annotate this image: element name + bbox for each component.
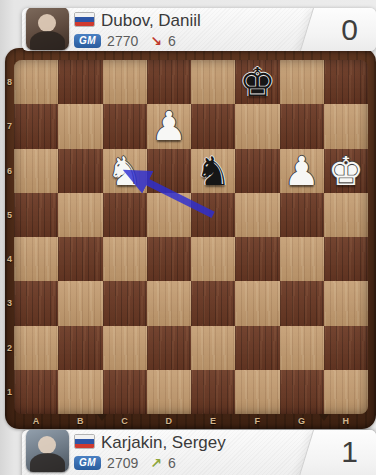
frame-notch-right: [319, 414, 329, 421]
square-h3[interactable]: [324, 281, 368, 325]
rank-label-6: 6: [5, 166, 14, 176]
square-c2[interactable]: [103, 326, 147, 370]
gm-title-badge: GM: [74, 456, 101, 470]
rating-delta-top: 6: [168, 33, 176, 49]
square-e7[interactable]: [191, 104, 235, 148]
square-g1[interactable]: [280, 370, 324, 414]
rating-up-icon: ↗: [150, 455, 162, 471]
file-label-h: H: [324, 416, 368, 426]
square-d2[interactable]: [147, 326, 191, 370]
square-h2[interactable]: [324, 326, 368, 370]
player-card-top: Dubov, Daniil GM 2770 ↘ 6 0: [22, 8, 376, 51]
frame-notch-left: [97, 414, 107, 421]
square-b8[interactable]: [58, 60, 102, 104]
square-a4[interactable]: [14, 237, 58, 281]
square-g7[interactable]: [280, 104, 324, 148]
square-f3[interactable]: [235, 281, 279, 325]
rank-label-3: 3: [5, 298, 14, 308]
file-label-b: B: [58, 416, 102, 426]
square-g5[interactable]: [280, 193, 324, 237]
square-d5[interactable]: [147, 193, 191, 237]
square-e6[interactable]: ♞: [191, 149, 235, 193]
flag-russia: [74, 12, 95, 27]
square-d6[interactable]: [147, 149, 191, 193]
square-g3[interactable]: [280, 281, 324, 325]
rank-label-5: 5: [5, 210, 14, 220]
match-score-bottom: 1: [341, 435, 358, 469]
match-score-top: 0: [341, 13, 358, 47]
white-knight[interactable]: ♞: [107, 151, 143, 191]
rank-label-7: 7: [5, 121, 14, 131]
square-b6[interactable]: [58, 149, 102, 193]
square-a5[interactable]: [14, 193, 58, 237]
player-name-top: Dubov, Daniil: [101, 11, 201, 31]
file-label-c: C: [103, 416, 147, 426]
square-c8[interactable]: [103, 60, 147, 104]
square-h8[interactable]: [324, 60, 368, 104]
chess-broadcast-panel: Dubov, Daniil GM 2770 ↘ 6 0 ♚♟♞♞♟♚ 87654…: [0, 0, 376, 475]
player-avatar-bottom: [26, 430, 69, 472]
rating-delta-bottom: 6: [168, 455, 176, 471]
square-c1[interactable]: [103, 370, 147, 414]
player-rating-top: 2770: [107, 33, 138, 49]
file-label-f: F: [235, 416, 279, 426]
square-d7[interactable]: ♟: [147, 104, 191, 148]
avatar-shoulders-shape: [30, 453, 65, 472]
player-info-bottom: GM 2709 ↗ 6: [74, 455, 176, 470]
square-h4[interactable]: [324, 237, 368, 281]
avatar-head-shape: [38, 436, 56, 454]
square-g6[interactable]: ♟: [280, 149, 324, 193]
square-b7[interactable]: [58, 104, 102, 148]
white-pawn[interactable]: ♟: [151, 106, 187, 146]
square-a6[interactable]: [14, 149, 58, 193]
white-pawn[interactable]: ♟: [284, 151, 320, 191]
square-e2[interactable]: [191, 326, 235, 370]
square-f7[interactable]: [235, 104, 279, 148]
square-a7[interactable]: [14, 104, 58, 148]
player-name-bottom: Karjakin, Sergey: [101, 433, 226, 453]
rank-label-8: 8: [5, 77, 14, 87]
board-frame: ♚♟♞♞♟♚ 87654321 ABCDEFGH: [5, 48, 376, 429]
square-e3[interactable]: [191, 281, 235, 325]
square-e4[interactable]: [191, 237, 235, 281]
file-label-d: D: [147, 416, 191, 426]
square-a8[interactable]: [14, 60, 58, 104]
chess-board: ♚♟♞♞♟♚: [14, 60, 368, 414]
rank-label-2: 2: [5, 343, 14, 353]
player-info-top: GM 2770 ↘ 6: [74, 33, 176, 48]
square-c3[interactable]: [103, 281, 147, 325]
square-e1[interactable]: [191, 370, 235, 414]
square-b3[interactable]: [58, 281, 102, 325]
square-c5[interactable]: [103, 193, 147, 237]
square-h7[interactable]: [324, 104, 368, 148]
square-b2[interactable]: [58, 326, 102, 370]
square-e8[interactable]: [191, 60, 235, 104]
square-g4[interactable]: [280, 237, 324, 281]
file-label-g: G: [280, 416, 324, 426]
square-c7[interactable]: [103, 104, 147, 148]
black-king[interactable]: ♚: [239, 62, 275, 102]
square-h6[interactable]: ♚: [324, 149, 368, 193]
square-b5[interactable]: [58, 193, 102, 237]
avatar-head-shape: [38, 14, 56, 32]
square-f6[interactable]: [235, 149, 279, 193]
square-f1[interactable]: [235, 370, 279, 414]
square-g8[interactable]: [280, 60, 324, 104]
player-avatar-top: [26, 8, 69, 50]
square-f2[interactable]: [235, 326, 279, 370]
square-c4[interactable]: [103, 237, 147, 281]
square-h5[interactable]: [324, 193, 368, 237]
square-d8[interactable]: [147, 60, 191, 104]
square-h1[interactable]: [324, 370, 368, 414]
square-d4[interactable]: [147, 237, 191, 281]
rating-down-icon: ↘: [150, 33, 162, 49]
square-g2[interactable]: [280, 326, 324, 370]
player-card-bottom: Karjakin, Sergey GM 2709 ↗ 6 1: [22, 430, 376, 475]
square-a1[interactable]: [14, 370, 58, 414]
black-knight[interactable]: ♞: [195, 151, 231, 191]
gm-title-badge: GM: [74, 34, 101, 48]
square-f5[interactable]: [235, 193, 279, 237]
file-label-a: A: [14, 416, 58, 426]
avatar-shoulders-shape: [30, 31, 65, 50]
rank-label-1: 1: [5, 387, 14, 397]
square-e5[interactable]: [191, 193, 235, 237]
rank-label-4: 4: [5, 254, 14, 264]
square-b4[interactable]: [58, 237, 102, 281]
square-c6[interactable]: ♞: [103, 149, 147, 193]
square-d1[interactable]: [147, 370, 191, 414]
score-panel-top: [299, 8, 376, 51]
square-b1[interactable]: [58, 370, 102, 414]
white-king[interactable]: ♚: [328, 151, 364, 191]
square-f4[interactable]: [235, 237, 279, 281]
file-label-e: E: [191, 416, 235, 426]
square-f8[interactable]: ♚: [235, 60, 279, 104]
player-rating-bottom: 2709: [107, 455, 138, 471]
flag-russia: [74, 434, 95, 449]
square-a2[interactable]: [14, 326, 58, 370]
square-d3[interactable]: [147, 281, 191, 325]
square-a3[interactable]: [14, 281, 58, 325]
